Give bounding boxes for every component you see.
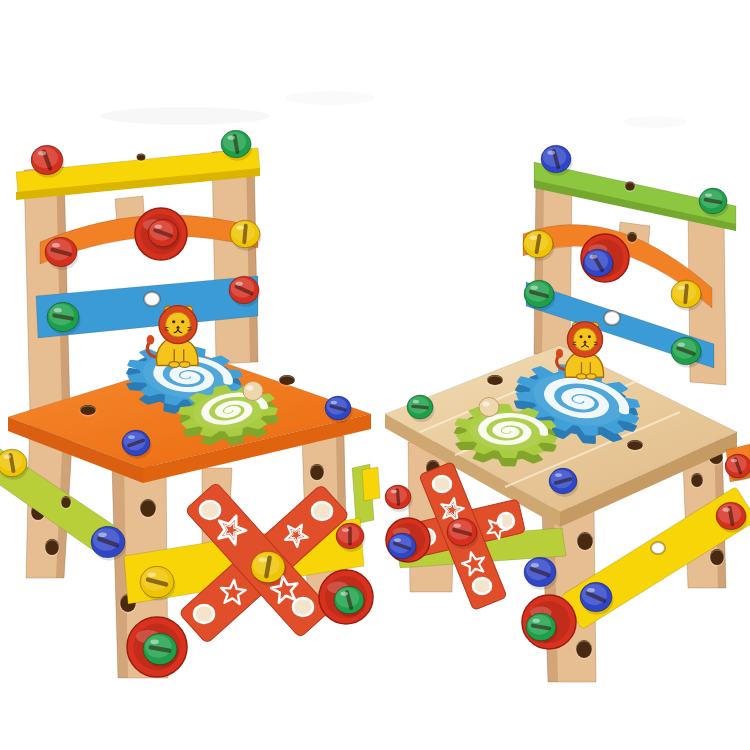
background-smudges xyxy=(100,91,687,128)
left-side-slat-yellow-bit xyxy=(362,467,380,501)
drill-hole xyxy=(45,539,59,556)
blue-bolt xyxy=(524,557,558,589)
yellow-bolt xyxy=(523,230,555,261)
drill-hole xyxy=(627,232,637,243)
blue-bolt xyxy=(91,526,127,560)
drill-hole xyxy=(691,473,703,488)
brace-hole xyxy=(312,502,332,520)
brace-hole xyxy=(293,598,313,616)
red-bolt xyxy=(725,454,750,481)
toy-chairs-illustration xyxy=(0,0,750,750)
yellow-bolt xyxy=(0,449,29,480)
brace-hole xyxy=(200,501,220,519)
drill-hole xyxy=(487,375,503,386)
drill-hole xyxy=(651,542,665,554)
left-chair xyxy=(0,130,380,678)
blue-bolt xyxy=(388,533,418,562)
drill-hole xyxy=(140,499,156,518)
drill-hole xyxy=(627,440,643,451)
green-bolt xyxy=(671,337,703,368)
product-photo xyxy=(0,0,750,750)
drill-hole xyxy=(144,292,160,306)
wooden-knob xyxy=(243,382,263,401)
drill-hole xyxy=(279,375,295,386)
brace-hole xyxy=(433,476,451,492)
drill-hole xyxy=(61,496,71,509)
red-bolt xyxy=(385,485,413,512)
brace-hole xyxy=(473,578,491,594)
brace-hole xyxy=(194,605,214,623)
yellow-bolt xyxy=(671,280,703,311)
drill-hole xyxy=(625,182,635,192)
drill-hole xyxy=(576,640,592,659)
right-chair xyxy=(385,145,750,682)
drill-hole xyxy=(710,549,724,566)
wooden-knob xyxy=(479,398,499,417)
drill-hole xyxy=(80,405,96,416)
drill-hole xyxy=(577,532,593,551)
right-feet-wheels-layer xyxy=(522,595,576,649)
drill-hole xyxy=(137,154,146,162)
drill-hole xyxy=(604,311,620,325)
drill-hole xyxy=(310,464,324,481)
